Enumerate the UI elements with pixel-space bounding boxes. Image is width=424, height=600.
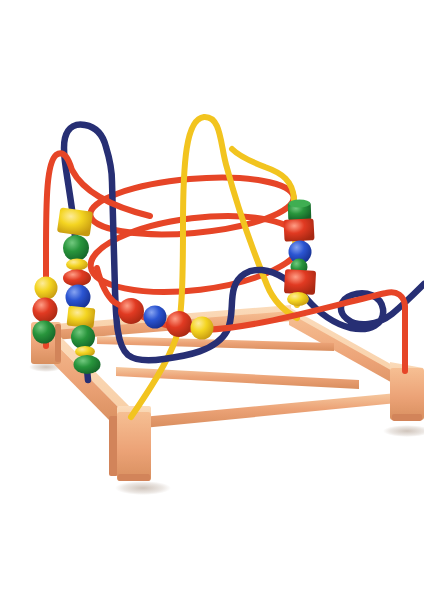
bead-green-sphere (63, 235, 89, 261)
bead-yellow-disc (66, 259, 88, 271)
shadow-front-left-foot (115, 481, 171, 495)
bead-yellow-cube (57, 207, 93, 236)
bead-red-sphere (166, 311, 192, 337)
bead-green-sphere (33, 321, 56, 344)
beads-left-red-column (33, 277, 58, 344)
bead-yellow-disc (287, 292, 309, 306)
bead-yellow-sphere (35, 277, 58, 300)
corner-block-front-foot (118, 474, 150, 481)
bead-blue-sphere (66, 285, 91, 310)
bead-red-disc (63, 270, 91, 287)
corner-block-right-foot (392, 414, 422, 421)
corner-block-right-face (390, 368, 424, 420)
corner-block-front-face (117, 412, 151, 481)
bead-maze-illustration (0, 0, 424, 600)
bead-red-cube (284, 269, 316, 295)
bead-blue-sphere (144, 306, 167, 329)
bead-green-cylinder-top (289, 200, 311, 208)
bead-red-sphere (33, 298, 58, 323)
bead-red-sphere (118, 298, 144, 324)
bead-green-disc (74, 355, 101, 374)
bead-maze-photo (0, 0, 424, 600)
bead-green-sphere (71, 325, 95, 349)
corner-block-left-side (55, 324, 61, 362)
corner-block-front-side (109, 416, 118, 476)
bead-yellow-sphere (191, 317, 214, 340)
bead-red-cube (283, 218, 314, 242)
bead-yellow-cube (67, 306, 96, 329)
